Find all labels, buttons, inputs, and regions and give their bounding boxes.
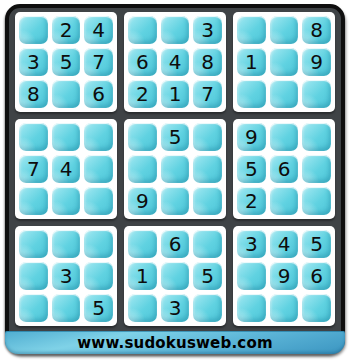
cell-r2c5[interactable]: 4 [161,48,190,76]
cell-r8c3[interactable] [84,262,113,290]
cell-r7c5[interactable]: 6 [161,230,190,258]
cell-r6c6[interactable] [193,187,222,215]
cell-r8c1[interactable] [19,262,48,290]
cell-r3c1[interactable]: 8 [19,80,48,108]
box-3: 819 [233,12,335,112]
cell-r8c9[interactable]: 6 [302,262,331,290]
cell-r2c2[interactable]: 5 [52,48,81,76]
cell-r9c3[interactable]: 5 [84,294,113,322]
cell-r7c4[interactable] [128,230,157,258]
cell-r4c7[interactable]: 9 [237,123,266,151]
sudoku-board: 243578636482178197459956235615334596 www… [5,4,345,354]
cell-r1c8[interactable] [270,16,299,44]
box-1: 2435786 [15,12,117,112]
cell-r4c6[interactable] [193,123,222,151]
cell-r1c2[interactable]: 2 [52,16,81,44]
cell-r4c5[interactable]: 5 [161,123,190,151]
cell-r2c7[interactable]: 1 [237,48,266,76]
cell-r8c6[interactable]: 5 [193,262,222,290]
cell-r5c1[interactable]: 7 [19,155,48,183]
cell-r4c8[interactable] [270,123,299,151]
cell-r5c2[interactable]: 4 [52,155,81,183]
cell-r5c4[interactable] [128,155,157,183]
cell-r4c2[interactable] [52,123,81,151]
cell-r7c1[interactable] [19,230,48,258]
cell-r2c3[interactable]: 7 [84,48,113,76]
cell-r5c5[interactable] [161,155,190,183]
cell-r8c8[interactable]: 9 [270,262,299,290]
cell-r3c3[interactable]: 6 [84,80,113,108]
cell-r1c7[interactable] [237,16,266,44]
cell-r4c3[interactable] [84,123,113,151]
cell-r7c2[interactable] [52,230,81,258]
box-5: 59 [124,119,226,219]
cell-r1c9[interactable]: 8 [302,16,331,44]
cell-r3c4[interactable]: 2 [128,80,157,108]
cell-r3c6[interactable]: 7 [193,80,222,108]
cell-r1c3[interactable]: 4 [84,16,113,44]
cell-r1c6[interactable]: 3 [193,16,222,44]
cell-r5c7[interactable]: 5 [237,155,266,183]
cell-r8c7[interactable] [237,262,266,290]
cell-r3c9[interactable] [302,80,331,108]
cell-r5c8[interactable]: 6 [270,155,299,183]
cell-r7c8[interactable]: 4 [270,230,299,258]
cell-r2c8[interactable] [270,48,299,76]
cell-r4c9[interactable] [302,123,331,151]
cell-r7c3[interactable] [84,230,113,258]
box-9: 34596 [233,226,335,326]
box-7: 35 [15,226,117,326]
cell-r6c1[interactable] [19,187,48,215]
cell-r1c1[interactable] [19,16,48,44]
cell-r5c9[interactable] [302,155,331,183]
cell-r6c4[interactable]: 9 [128,187,157,215]
cell-r2c4[interactable]: 6 [128,48,157,76]
cell-r7c9[interactable]: 5 [302,230,331,258]
cell-r6c9[interactable] [302,187,331,215]
cell-r3c7[interactable] [237,80,266,108]
cell-r8c2[interactable]: 3 [52,262,81,290]
footer-bar: www.sudokusweb.com [5,331,345,354]
cell-r9c5[interactable]: 3 [161,294,190,322]
cell-r3c8[interactable] [270,80,299,108]
cell-r6c3[interactable] [84,187,113,215]
cell-r7c6[interactable] [193,230,222,258]
cell-r5c3[interactable] [84,155,113,183]
box-6: 9562 [233,119,335,219]
cell-r8c5[interactable] [161,262,190,290]
cell-r2c9[interactable]: 9 [302,48,331,76]
cell-r6c8[interactable] [270,187,299,215]
cell-r7c7[interactable]: 3 [237,230,266,258]
cell-r6c2[interactable] [52,187,81,215]
cell-r6c5[interactable] [161,187,190,215]
cell-r9c4[interactable] [128,294,157,322]
box-8: 6153 [124,226,226,326]
cell-r9c9[interactable] [302,294,331,322]
site-link[interactable]: www.sudokusweb.com [77,334,272,352]
cell-r2c6[interactable]: 8 [193,48,222,76]
box-2: 3648217 [124,12,226,112]
cell-r9c7[interactable] [237,294,266,322]
cell-r1c5[interactable] [161,16,190,44]
cell-r3c2[interactable] [52,80,81,108]
cell-r4c4[interactable] [128,123,157,151]
cell-r6c7[interactable]: 2 [237,187,266,215]
cell-r9c6[interactable] [193,294,222,322]
cell-r9c1[interactable] [19,294,48,322]
cell-r2c1[interactable]: 3 [19,48,48,76]
sudoku-grid: 243578636482178197459956235615334596 [15,12,335,326]
cell-r3c5[interactable]: 1 [161,80,190,108]
cell-r9c2[interactable] [52,294,81,322]
box-4: 74 [15,119,117,219]
cell-r9c8[interactable] [270,294,299,322]
cell-r5c6[interactable] [193,155,222,183]
cell-r1c4[interactable] [128,16,157,44]
cell-r4c1[interactable] [19,123,48,151]
cell-r8c4[interactable]: 1 [128,262,157,290]
